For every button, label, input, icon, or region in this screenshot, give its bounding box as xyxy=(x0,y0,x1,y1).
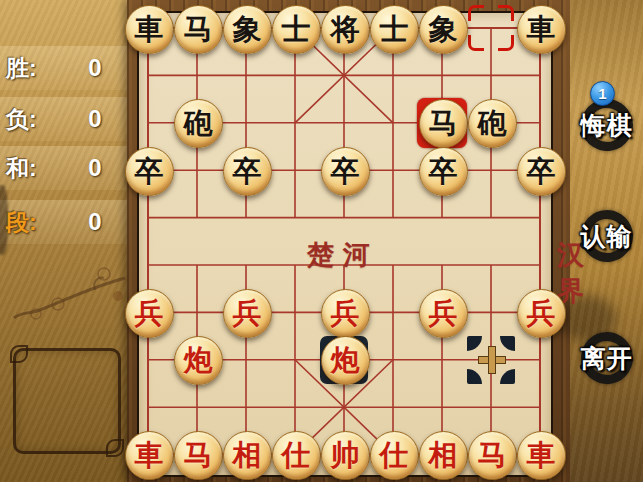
undo-count-badge: 1 xyxy=(590,81,615,106)
piece-black-士-r0c5[interactable]: 士 xyxy=(370,5,419,54)
losses-label: 负: xyxy=(6,104,37,135)
piece-black-象-r0c2[interactable]: 象 xyxy=(223,5,272,54)
piece-black-士-r0c3[interactable]: 士 xyxy=(272,5,321,54)
rank-label: 段: xyxy=(6,207,37,238)
piece-black-卒-r3c8[interactable]: 卒 xyxy=(517,147,566,196)
piece-black-卒-r3c6[interactable]: 卒 xyxy=(419,147,468,196)
piece-black-将-r0c4[interactable]: 将 xyxy=(321,5,370,54)
piece-red-車-r9c8[interactable]: 車 xyxy=(517,431,566,480)
piece-red-兵-r6c4[interactable]: 兵 xyxy=(321,289,370,338)
resign-button[interactable]: 认输 xyxy=(570,201,643,271)
rank-value: 0 xyxy=(78,208,112,236)
piece-black-马-r2c6[interactable]: 马 xyxy=(419,99,468,148)
leave-label: 离开 xyxy=(581,342,633,375)
piece-red-马-r9c7[interactable]: 马 xyxy=(468,431,517,480)
stat-row-losses: 负: 0 xyxy=(0,97,127,141)
piece-black-車-r0c0[interactable]: 車 xyxy=(125,5,174,54)
piece-red-相-r9c6[interactable]: 相 xyxy=(419,431,468,480)
draws-value: 0 xyxy=(78,154,112,182)
ornamental-frame xyxy=(13,348,121,454)
piece-red-马-r9c1[interactable]: 马 xyxy=(174,431,223,480)
leave-button[interactable]: 离开 xyxy=(570,323,643,393)
piece-red-兵-r6c6[interactable]: 兵 xyxy=(419,289,468,338)
river-label-left: 楚河 xyxy=(307,237,379,273)
piece-black-马-r0c1[interactable]: 马 xyxy=(174,5,223,54)
piece-black-砲-r2c1[interactable]: 砲 xyxy=(174,99,223,148)
piece-red-兵-r6c0[interactable]: 兵 xyxy=(125,289,174,338)
draws-label: 和: xyxy=(6,153,37,184)
action-panel: 1 悔棋 认输 离开 xyxy=(570,0,643,482)
piece-red-炮-r7c1[interactable]: 炮 xyxy=(174,336,223,385)
losses-value: 0 xyxy=(78,105,112,133)
piece-red-帅-r9c4[interactable]: 帅 xyxy=(321,431,370,480)
piece-black-車-r0c8[interactable]: 車 xyxy=(517,5,566,54)
cursor-crosshair xyxy=(467,336,515,384)
piece-red-相-r9c2[interactable]: 相 xyxy=(223,431,272,480)
xiangqi-board[interactable]: 楚河 汉界 車马象士将士象車砲马砲卒卒卒卒卒兵兵兵兵兵炮炮車马相仕帅仕相马車 xyxy=(139,13,551,475)
stats-panel: 胜: 0 负: 0 和: 0 段: 0 xyxy=(0,0,127,482)
piece-black-卒-r3c4[interactable]: 卒 xyxy=(321,147,370,196)
last-move-from-marker xyxy=(468,5,514,51)
undo-label: 悔棋 xyxy=(581,109,633,142)
piece-black-卒-r3c2[interactable]: 卒 xyxy=(223,147,272,196)
piece-red-兵-r6c8[interactable]: 兵 xyxy=(517,289,566,338)
stat-row-draws: 和: 0 xyxy=(0,146,127,190)
piece-red-車-r9c0[interactable]: 車 xyxy=(125,431,174,480)
piece-black-象-r0c6[interactable]: 象 xyxy=(419,5,468,54)
piece-red-仕-r9c3[interactable]: 仕 xyxy=(272,431,321,480)
piece-red-仕-r9c5[interactable]: 仕 xyxy=(370,431,419,480)
stat-row-rank: 段: 0 xyxy=(0,200,127,244)
resign-label: 认输 xyxy=(581,220,633,253)
plum-branch-art xyxy=(0,248,127,338)
wins-label: 胜: xyxy=(6,53,37,84)
piece-black-卒-r3c0[interactable]: 卒 xyxy=(125,147,174,196)
board-frame: 楚河 汉界 車马象士将士象車砲马砲卒卒卒卒卒兵兵兵兵兵炮炮車马相仕帅仕相马車 xyxy=(127,0,570,482)
xiangqi-game-window: 胜: 0 负: 0 和: 0 段: 0 楚河 汉 xyxy=(0,0,643,482)
piece-red-兵-r6c2[interactable]: 兵 xyxy=(223,289,272,338)
piece-red-炮-r7c4[interactable]: 炮 xyxy=(321,336,370,385)
stat-row-wins: 胜: 0 xyxy=(0,46,127,90)
piece-black-砲-r2c7[interactable]: 砲 xyxy=(468,99,517,148)
wins-value: 0 xyxy=(78,54,112,82)
